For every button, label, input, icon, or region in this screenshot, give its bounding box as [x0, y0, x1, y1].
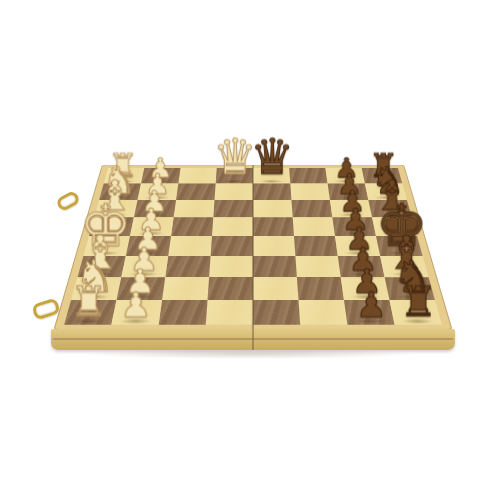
square-a4: ♛: [216, 168, 253, 183]
square-d3: [171, 217, 213, 236]
square-c3: [174, 200, 215, 217]
square-a3: [178, 168, 216, 183]
square-h7: ♟: [344, 300, 395, 325]
square-c6: [291, 200, 332, 217]
square-c4: [213, 200, 253, 217]
piece-black-pawn-h7: ♟: [355, 288, 386, 322]
square-f3: [165, 256, 210, 277]
square-h8: ♜: [389, 300, 441, 325]
square-g4: [208, 277, 253, 300]
square-b6: [290, 183, 330, 199]
square-f5: [253, 256, 297, 277]
square-b5: [253, 183, 291, 199]
piece-white-rook-h1: ♜: [70, 281, 107, 322]
square-h5: [253, 300, 300, 325]
square-d5: [253, 217, 294, 236]
square-d6: [293, 217, 335, 236]
square-d4: [212, 217, 253, 236]
board-front-edge: [51, 329, 455, 350]
square-f4: [209, 256, 253, 277]
square-g6: [297, 277, 344, 300]
brass-clasp-icon: [55, 190, 81, 213]
board-ground-shadow: [80, 349, 420, 359]
square-a6: [289, 168, 327, 183]
square-h3: [159, 300, 208, 325]
square-e5: [253, 236, 295, 256]
square-h4: [206, 300, 253, 325]
square-h2: ♟: [111, 300, 162, 325]
chess-board: ♜♟♛♛♟♜♞♟♟♞♝♟♟♝♟♟♚♟♟♚♝♟♟♝♞♟♟♞♜♟♟♜: [53, 165, 452, 330]
product-photo-stage: ♜♟♛♛♟♜♞♟♟♞♝♟♟♝♟♟♚♟♟♚♝♟♟♝♞♟♟♞♜♟♟♜: [0, 0, 500, 500]
square-b4: [215, 183, 253, 199]
square-a5: ♛: [253, 168, 290, 183]
chess-board-perspective-wrap: ♜♟♛♛♟♜♞♟♟♞♝♟♟♝♟♟♚♟♟♚♝♟♟♝♞♟♟♞♜♟♟♜: [53, 165, 452, 330]
square-e3: [168, 236, 212, 256]
piece-white-pawn-h2: ♟: [120, 288, 151, 322]
piece-black-rook-h8: ♜: [399, 281, 436, 322]
square-g3: [162, 277, 209, 300]
square-h6: [298, 300, 347, 325]
board-front-fold-seam: [252, 329, 254, 350]
square-b3: [176, 183, 216, 199]
square-e6: [294, 236, 338, 256]
piece-black-queen-a5: ♛: [250, 133, 294, 182]
square-h1: ♜: [64, 300, 116, 325]
square-e4: [211, 236, 253, 256]
square-c5: [253, 200, 293, 217]
square-g5: [253, 277, 298, 300]
square-f6: [295, 256, 340, 277]
